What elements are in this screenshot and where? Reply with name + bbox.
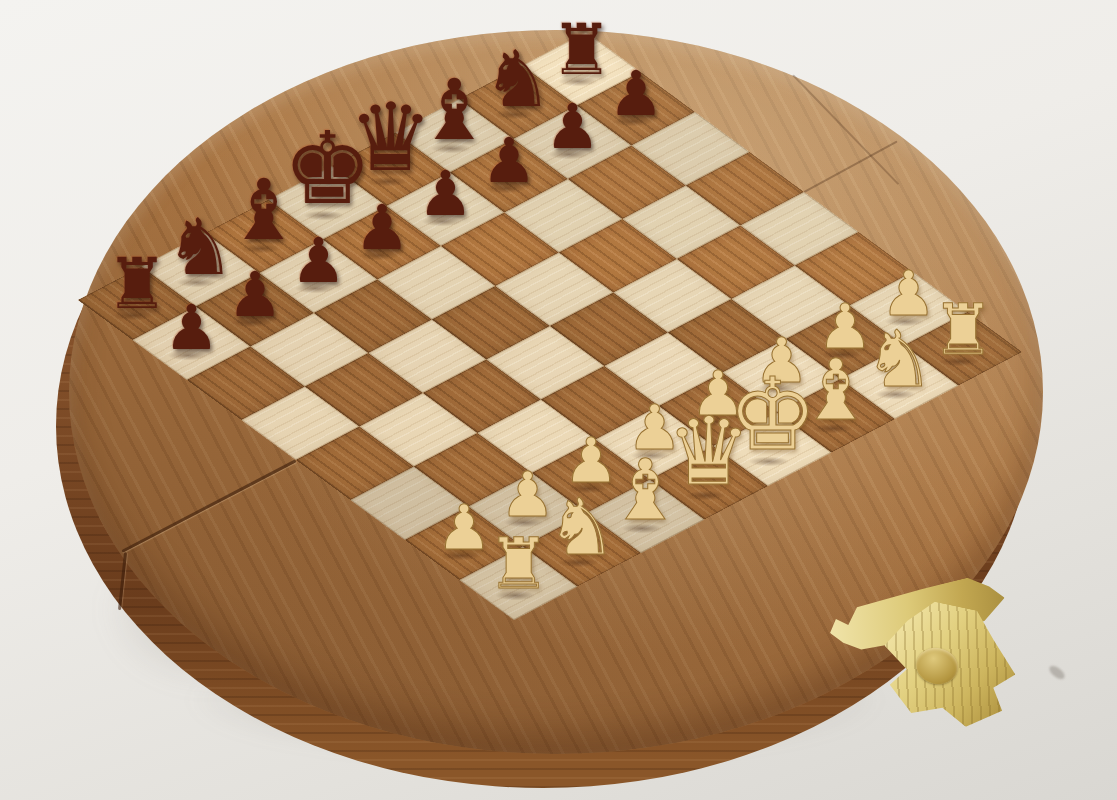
- pawn-glyph: ♟: [291, 230, 347, 292]
- pawn-glyph: ♟: [164, 297, 220, 359]
- black-pawn-c7[interactable]: ♟: [291, 230, 347, 292]
- pawn-glyph: ♟: [227, 264, 283, 326]
- rook-glyph: ♜: [932, 295, 995, 365]
- pawn-glyph: ♟: [545, 96, 601, 158]
- black-knight-b8[interactable]: ♞: [166, 208, 236, 286]
- knight-glyph: ♞: [483, 40, 553, 118]
- knight-glyph: ♞: [166, 208, 236, 286]
- pawn-glyph: ♟: [608, 63, 664, 125]
- background-smudge: [1047, 663, 1067, 681]
- pawn-glyph: ♟: [354, 197, 410, 259]
- black-pawn-b7[interactable]: ♟: [227, 264, 283, 326]
- pawn-glyph: ♟: [418, 163, 474, 225]
- black-pawn-f7[interactable]: ♟: [481, 130, 537, 192]
- white-rook-h1[interactable]: ♜: [932, 295, 995, 365]
- rook-glyph: ♜: [487, 529, 550, 599]
- black-pawn-h7[interactable]: ♟: [608, 63, 664, 125]
- rook-glyph: ♜: [106, 249, 169, 319]
- knight-glyph: ♞: [865, 320, 935, 398]
- photo-scene: ♜♞♝♚♛♝♞♜♟♟♟♟♟♟♟♟♟♟♟♟♟♟♟♟♜♞♝♛♚♝♞♜: [0, 0, 1117, 800]
- black-rook-h8[interactable]: ♜: [550, 15, 613, 85]
- black-pawn-d7[interactable]: ♟: [354, 197, 410, 259]
- white-knight-b1[interactable]: ♞: [547, 488, 617, 566]
- rook-glyph: ♜: [550, 15, 613, 85]
- pawn-glyph: ♟: [436, 497, 492, 559]
- black-rook-a8[interactable]: ♜: [106, 249, 169, 319]
- white-knight-g1[interactable]: ♞: [865, 320, 935, 398]
- black-pawn-g7[interactable]: ♟: [545, 96, 601, 158]
- black-pawn-e7[interactable]: ♟: [418, 163, 474, 225]
- knight-glyph: ♞: [547, 488, 617, 566]
- pawn-glyph: ♟: [481, 130, 537, 192]
- white-rook-a1[interactable]: ♜: [487, 529, 550, 599]
- black-knight-g8[interactable]: ♞: [483, 40, 553, 118]
- black-pawn-a7[interactable]: ♟: [164, 297, 220, 359]
- white-bishop-c1[interactable]: ♝: [608, 448, 683, 532]
- bishop-glyph: ♝: [608, 448, 683, 532]
- white-pawn-a2[interactable]: ♟: [436, 497, 492, 559]
